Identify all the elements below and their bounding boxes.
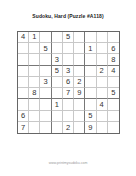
sudoku-cell[interactable] xyxy=(85,88,96,99)
sudoku-cell[interactable] xyxy=(97,77,108,88)
sudoku-cell[interactable] xyxy=(40,54,51,65)
sudoku-cell[interactable] xyxy=(85,32,96,43)
sudoku-cell[interactable]: 2 xyxy=(74,77,85,88)
sudoku-cell[interactable] xyxy=(63,99,74,110)
sudoku-cell[interactable] xyxy=(40,122,51,133)
sudoku-cell[interactable]: 6 xyxy=(108,43,119,54)
sudoku-cell[interactable] xyxy=(108,99,119,110)
sudoku-cell[interactable] xyxy=(18,54,29,65)
sudoku-cell[interactable] xyxy=(108,77,119,88)
sudoku-cell[interactable]: 4 xyxy=(18,32,29,43)
sudoku-cell[interactable] xyxy=(97,88,108,99)
sudoku-cell[interactable] xyxy=(74,43,85,54)
sudoku-cell[interactable] xyxy=(97,122,108,133)
sudoku-cell[interactable] xyxy=(52,111,63,122)
footer-url: www.printmysudoku.com xyxy=(0,161,136,165)
sudoku-cell[interactable] xyxy=(85,77,96,88)
sudoku-cell[interactable] xyxy=(29,54,40,65)
sudoku-cell[interactable]: 2 xyxy=(97,66,108,77)
sudoku-page: Sudoku, Hard (Puzzle #A118) 415516385324… xyxy=(0,0,136,176)
sudoku-cell[interactable]: 5 xyxy=(40,43,51,54)
sudoku-cell[interactable] xyxy=(108,32,119,43)
sudoku-cell[interactable]: 3 xyxy=(52,54,63,65)
sudoku-cell[interactable] xyxy=(97,111,108,122)
sudoku-cell[interactable] xyxy=(52,88,63,99)
sudoku-cell[interactable] xyxy=(63,43,74,54)
sudoku-cell[interactable]: 5 xyxy=(85,111,96,122)
sudoku-cell[interactable]: 3 xyxy=(40,77,51,88)
sudoku-cell[interactable]: 1 xyxy=(52,99,63,110)
sudoku-cell[interactable] xyxy=(29,111,40,122)
sudoku-cell[interactable] xyxy=(97,43,108,54)
sudoku-cell[interactable]: 6 xyxy=(63,77,74,88)
sudoku-cell[interactable] xyxy=(52,77,63,88)
sudoku-cell[interactable]: 4 xyxy=(97,99,108,110)
sudoku-cell[interactable]: 3 xyxy=(63,66,74,77)
sudoku-cell[interactable] xyxy=(108,111,119,122)
page-title: Sudoku, Hard (Puzzle #A118) xyxy=(0,13,136,19)
sudoku-cell[interactable]: 9 xyxy=(74,88,85,99)
sudoku-cell[interactable]: 1 xyxy=(29,32,40,43)
sudoku-cell[interactable] xyxy=(40,32,51,43)
sudoku-cell[interactable] xyxy=(97,54,108,65)
sudoku-cell[interactable]: 7 xyxy=(63,88,74,99)
sudoku-cell[interactable] xyxy=(52,32,63,43)
sudoku-cell[interactable]: 1 xyxy=(85,43,96,54)
sudoku-cell[interactable]: 8 xyxy=(29,88,40,99)
sudoku-cell[interactable] xyxy=(29,77,40,88)
sudoku-cell[interactable] xyxy=(40,99,51,110)
sudoku-cell[interactable] xyxy=(40,88,51,99)
sudoku-cell[interactable] xyxy=(74,66,85,77)
sudoku-cell[interactable]: 9 xyxy=(85,122,96,133)
sudoku-cell[interactable] xyxy=(97,32,108,43)
sudoku-cell[interactable]: 4 xyxy=(108,66,119,77)
sudoku-cell[interactable] xyxy=(63,111,74,122)
sudoku-cell[interactable] xyxy=(85,54,96,65)
sudoku-cell[interactable] xyxy=(74,32,85,43)
sudoku-cell[interactable] xyxy=(74,111,85,122)
sudoku-cell[interactable]: 2 xyxy=(63,122,74,133)
sudoku-cell[interactable]: 8 xyxy=(108,54,119,65)
sudoku-cell[interactable] xyxy=(63,54,74,65)
sudoku-cell[interactable]: 5 xyxy=(52,66,63,77)
sudoku-cell[interactable] xyxy=(18,99,29,110)
sudoku-cell[interactable] xyxy=(18,66,29,77)
sudoku-cell[interactable] xyxy=(74,122,85,133)
sudoku-grid: 41551638532436287951465729 xyxy=(17,31,120,134)
sudoku-cell[interactable] xyxy=(29,99,40,110)
sudoku-cell[interactable]: 6 xyxy=(18,111,29,122)
sudoku-cell[interactable] xyxy=(40,66,51,77)
sudoku-cell[interactable] xyxy=(85,66,96,77)
sudoku-cell[interactable] xyxy=(18,77,29,88)
sudoku-cell[interactable] xyxy=(52,43,63,54)
sudoku-cell[interactable] xyxy=(29,122,40,133)
sudoku-cell[interactable] xyxy=(74,54,85,65)
sudoku-cell[interactable] xyxy=(74,99,85,110)
sudoku-cell[interactable] xyxy=(29,43,40,54)
sudoku-cell[interactable] xyxy=(85,99,96,110)
sudoku-cell[interactable] xyxy=(29,66,40,77)
sudoku-cell[interactable] xyxy=(40,111,51,122)
sudoku-cell[interactable]: 7 xyxy=(18,122,29,133)
sudoku-cell[interactable] xyxy=(18,43,29,54)
sudoku-cell[interactable]: 5 xyxy=(63,32,74,43)
sudoku-cell[interactable]: 5 xyxy=(108,88,119,99)
sudoku-cell[interactable] xyxy=(52,122,63,133)
sudoku-cell[interactable] xyxy=(18,88,29,99)
sudoku-cell[interactable] xyxy=(108,122,119,133)
